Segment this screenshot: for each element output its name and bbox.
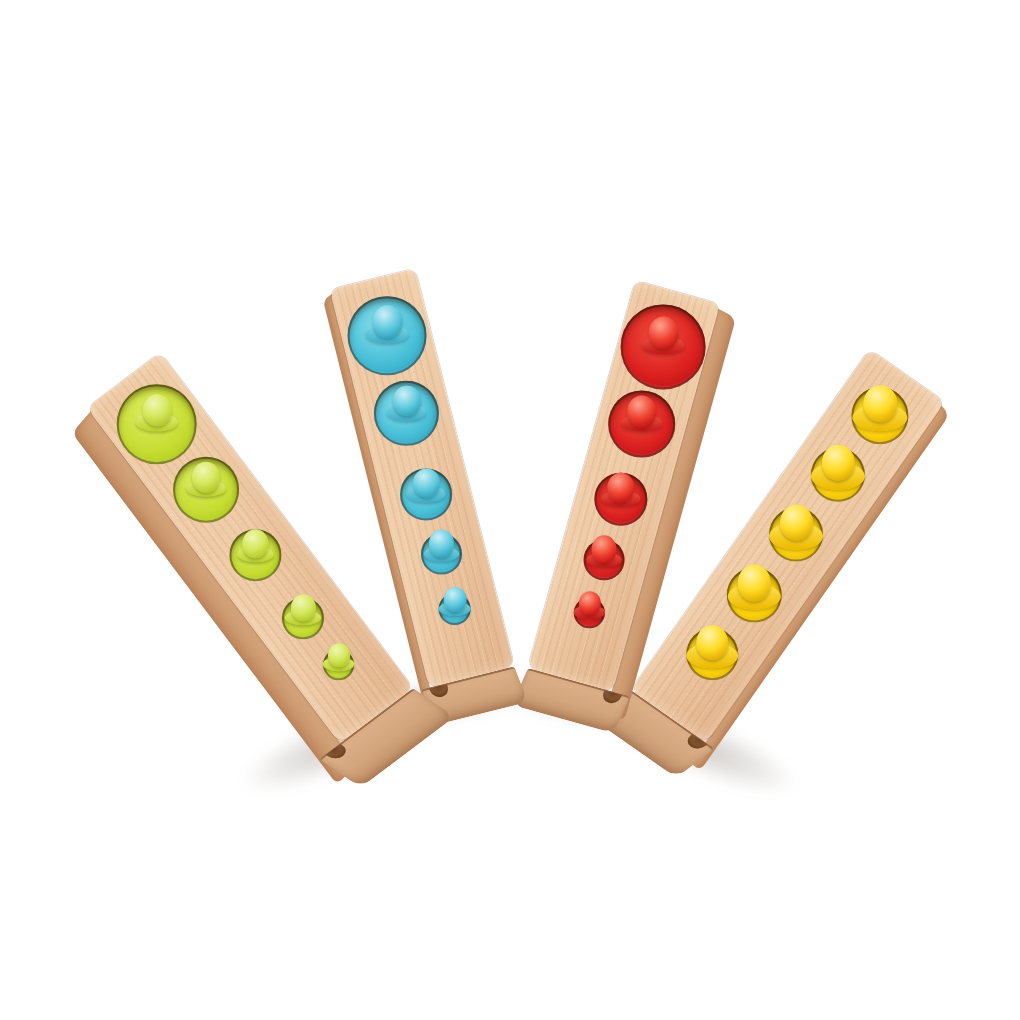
cylinder-knob — [392, 385, 420, 416]
socket-yellow-4 — [716, 556, 793, 633]
cylinder-knob — [371, 305, 401, 338]
cylinder-green-1[interactable] — [117, 384, 197, 464]
cylinder-blue-3[interactable] — [400, 468, 452, 520]
cylinder-knob — [428, 529, 453, 557]
cylinder-knob — [443, 587, 466, 612]
cylinder-yellow-1[interactable] — [851, 386, 908, 443]
cylinder-knob — [142, 394, 171, 426]
socket-blue-1 — [339, 287, 435, 383]
cylinder-blue-1[interactable] — [347, 296, 426, 375]
cylinder-knob — [242, 529, 268, 558]
cylinder-knob — [627, 395, 656, 427]
cylinder-red-3[interactable] — [594, 472, 647, 525]
cylinder-green-3[interactable] — [229, 529, 281, 581]
socket-blue-5 — [435, 590, 474, 629]
socket-green-4 — [274, 589, 333, 648]
socket-red-2 — [600, 382, 682, 464]
socket-blue-2 — [366, 374, 445, 453]
cylinder-knob — [648, 315, 678, 348]
cylinder-knob — [591, 535, 616, 563]
cylinder-knob — [780, 504, 813, 540]
socket-green-5 — [316, 643, 359, 686]
socket-yellow-5 — [676, 618, 748, 690]
socket-red-5 — [570, 593, 608, 631]
cylinder-blue-4[interactable] — [420, 533, 461, 574]
cylinder-knob — [738, 564, 771, 600]
socket-yellow-1 — [840, 375, 919, 454]
cylinder-green-2[interactable] — [173, 457, 239, 523]
socket-red-3 — [588, 466, 653, 531]
cylinder-knob — [696, 625, 728, 660]
socket-red-4 — [578, 534, 628, 584]
cylinder-yellow-3[interactable] — [769, 508, 823, 562]
cylinder-knob — [290, 594, 315, 622]
cylinder-red-4[interactable] — [583, 539, 624, 580]
socket-yellow-3 — [758, 497, 833, 572]
cylinder-red-2[interactable] — [608, 390, 675, 457]
cylinder-red-1[interactable] — [620, 304, 705, 389]
cylinder-knob — [821, 445, 854, 481]
finger-notch — [429, 684, 450, 699]
cylinder-red-5[interactable] — [573, 597, 604, 628]
socket-blue-4 — [416, 529, 466, 579]
cylinder-knob — [192, 462, 220, 493]
socket-blue-3 — [395, 463, 458, 526]
socket-green-3 — [219, 519, 292, 592]
cylinder-yellow-2[interactable] — [811, 448, 865, 502]
cylinder-knob — [413, 468, 440, 498]
cylinder-green-5[interactable] — [322, 649, 353, 680]
product-photo — [0, 0, 1020, 1020]
cylinder-yellow-4[interactable] — [727, 567, 782, 622]
cylinder-blue-5[interactable] — [439, 593, 471, 625]
socket-yellow-2 — [800, 437, 875, 512]
cylinder-yellow-5[interactable] — [686, 628, 738, 680]
cylinder-blue-2[interactable] — [373, 380, 438, 445]
cylinder-knob — [607, 472, 634, 502]
cylinder-knob — [578, 591, 600, 615]
cylinder-green-4[interactable] — [282, 597, 324, 639]
finger-notch — [600, 690, 622, 705]
cylinder-knob — [863, 384, 897, 421]
cylinder-knob — [327, 643, 349, 667]
